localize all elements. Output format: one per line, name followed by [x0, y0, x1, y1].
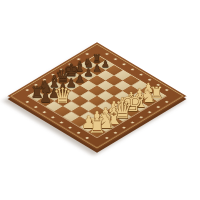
frame-coordinate-dot: [51, 116, 54, 118]
frame-coordinate-dot: [114, 132, 117, 134]
frame-coordinate-dot: [122, 63, 125, 65]
frame-coordinate-dot: [86, 137, 89, 139]
frame-coordinate-dot: [26, 101, 29, 103]
frame-coordinate-dot: [139, 116, 142, 118]
frame-coordinate-dot: [157, 84, 160, 86]
chess-board: [8, 42, 187, 150]
frame-coordinate-dot: [34, 106, 37, 108]
frame-coordinate-dot: [60, 69, 63, 71]
frame-coordinate-dot: [86, 53, 89, 55]
frame-coordinate-dot: [165, 89, 168, 91]
frame-coordinate-dot: [68, 63, 71, 65]
frame-coordinate-dot: [34, 84, 37, 86]
frame-coordinate-dot: [43, 111, 46, 113]
frame-coordinate-dot: [43, 79, 46, 81]
frame-coordinate-dot: [157, 106, 160, 108]
frame-coordinate-dot: [114, 58, 117, 60]
frame-coordinate-dot: [148, 79, 151, 81]
frame-coordinate-dot: [77, 132, 80, 134]
frame-coordinate-dot: [68, 127, 71, 129]
frame-coordinate-dot: [165, 101, 168, 103]
frame-coordinate-dot: [105, 137, 108, 139]
frame-coordinate-dot: [131, 69, 134, 71]
frame-coordinate-dot: [105, 53, 108, 55]
frame-coordinate-dot: [60, 122, 63, 124]
product-photo-scene: ♜♞♟♝♟♚♟♛♟♝♟♞♟♟♜♟♟♜♟♛♟♞♟♝♟♚♟♛♟♝♟♞♜: [0, 0, 200, 200]
frame-coordinate-dot: [77, 58, 80, 60]
frame-coordinate-dot: [26, 89, 29, 91]
frame-coordinate-dot: [131, 122, 134, 124]
frame-coordinate-dot: [122, 127, 125, 129]
frame-coordinate-dot: [148, 111, 151, 113]
frame-coordinate-dot: [51, 74, 54, 76]
frame-coordinate-dot: [139, 74, 142, 76]
